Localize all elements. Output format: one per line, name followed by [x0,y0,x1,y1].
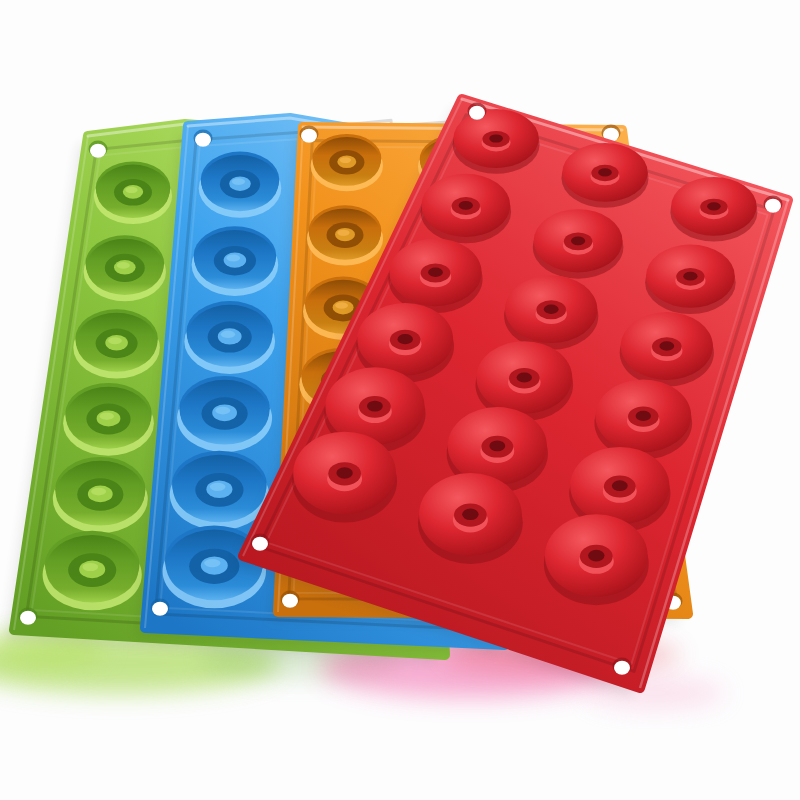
donut-cavity [199,152,282,218]
donut-cavity [670,177,757,242]
crater-hole [683,272,697,281]
cup-post-highlight [91,488,106,496]
hole-opening [469,106,485,120]
hole-opening [252,537,268,551]
donut-cavity [311,134,383,191]
product-photo [0,0,800,800]
crater-hole [428,268,443,277]
hole-opening [152,602,168,616]
donut-cavity [63,383,154,456]
crater-hole [336,467,352,479]
hole-opening [282,594,298,608]
donut-cavity [544,514,649,605]
cup-post-highlight [226,255,240,262]
donut-cavity [533,209,624,279]
hole-opening [765,199,781,213]
crater-hole [612,480,628,491]
donut-cavity [84,235,166,301]
cup-post-highlight [210,483,226,491]
donut-cavity [43,531,142,611]
crater-hole [571,236,585,245]
crater-hole [517,372,532,382]
donut-cavity [388,238,482,313]
hole-opening [20,611,36,625]
donut-cavity [170,451,269,530]
crater-hole [489,441,505,452]
cup-post-highlight [125,187,137,193]
donut-cavity [53,457,148,533]
donut-cavity [418,473,523,564]
crater-hole [598,168,612,176]
cup-post-highlight [340,157,352,163]
cup-post-highlight [335,302,348,308]
cup-post-highlight [204,559,220,567]
crater-hole [659,341,674,350]
donut-cavity [184,301,275,374]
cup-post-highlight [221,331,235,338]
cup-post-highlight [215,407,230,415]
donut-cavity [421,174,512,244]
crater-hole [707,202,721,210]
crater-hole [544,305,559,314]
donut-cavity [73,309,160,378]
donut-cavity [292,432,397,523]
donut-cavity [453,109,540,174]
cup-post-highlight [100,413,114,420]
donut-cavity [94,161,172,224]
crater-hole [462,509,478,521]
crater-hole [398,334,413,344]
donut-cavity [645,245,736,315]
cup-post-highlight [337,230,349,236]
hole-opening [195,133,211,147]
hole-opening [90,144,106,158]
molds-illustration [0,0,800,800]
donut-cavity [504,275,598,349]
cup-post-highlight [108,337,122,344]
hole-opening [301,129,317,143]
crater-hole [367,401,383,412]
cup-post-highlight [117,262,130,269]
crater-hole [459,201,473,210]
crater-hole [489,134,503,142]
donut-cavity [307,205,383,265]
donut-cavity [177,376,272,452]
crater-hole [588,550,604,562]
hole-opening [614,661,630,675]
donut-cavity [192,226,279,296]
donut-cavity [620,312,714,387]
donut-cavity [595,380,693,460]
cup-post-highlight [232,178,245,185]
crater-hole [636,411,651,421]
cup-post-highlight [82,563,98,571]
donut-cavity [562,143,649,208]
